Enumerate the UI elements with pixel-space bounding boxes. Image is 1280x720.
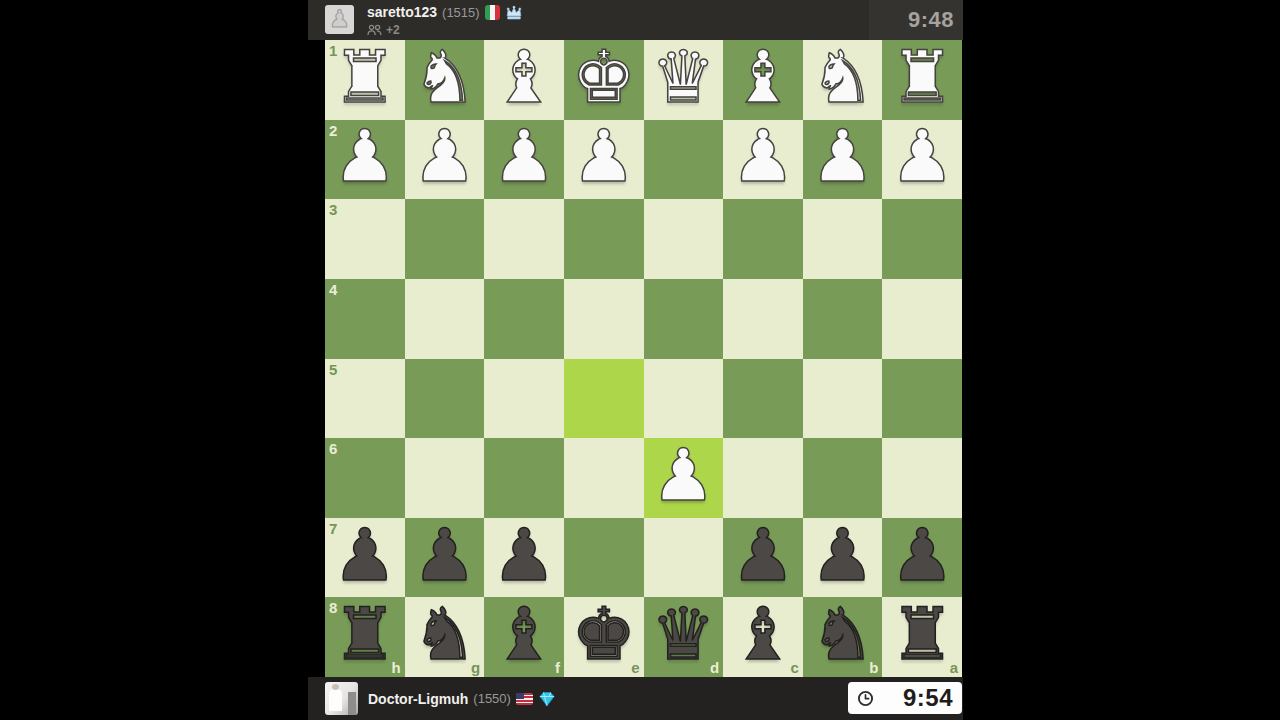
square-a4[interactable] <box>882 279 962 359</box>
black-rook[interactable]: ♜ <box>890 598 955 670</box>
square-b5[interactable] <box>803 359 883 439</box>
bottom-player-name[interactable]: Doctor-Ligmuh <box>368 691 468 707</box>
default-pawn-avatar-icon: ♟ <box>329 7 351 31</box>
square-a6[interactable] <box>882 438 962 518</box>
square-b4[interactable] <box>803 279 883 359</box>
black-rook[interactable]: ♜ <box>333 598 398 670</box>
white-bishop[interactable]: ♝ <box>731 41 796 113</box>
square-f4[interactable] <box>484 279 564 359</box>
top-player-name[interactable]: saretto123 <box>367 4 437 20</box>
square-c2[interactable]: ♟ <box>723 120 803 200</box>
white-rook[interactable]: ♜ <box>890 41 955 113</box>
square-e3[interactable] <box>564 199 644 279</box>
white-pawn[interactable]: ♟ <box>651 439 716 511</box>
black-bishop[interactable]: ♝ <box>731 598 796 670</box>
square-h3[interactable]: 3 <box>325 199 405 279</box>
clock-icon <box>857 690 874 707</box>
white-knight[interactable]: ♞ <box>412 41 477 113</box>
black-pawn[interactable]: ♟ <box>333 519 398 591</box>
top-player-rating: (1515) <box>442 5 480 20</box>
white-knight[interactable]: ♞ <box>810 41 875 113</box>
square-f3[interactable] <box>484 199 564 279</box>
bottom-player-clock: 9:54 <box>848 682 962 714</box>
square-g3[interactable] <box>405 199 485 279</box>
square-e5[interactable] <box>564 359 644 439</box>
game-app: ♟ saretto123 (1515) <box>308 0 963 720</box>
black-pawn[interactable]: ♟ <box>890 519 955 591</box>
square-a7[interactable]: ♟ <box>882 518 962 598</box>
square-f8[interactable]: f♝ <box>484 597 564 677</box>
white-pawn[interactable]: ♟ <box>571 120 636 192</box>
rank-label-3: 3 <box>329 202 337 217</box>
square-c4[interactable] <box>723 279 803 359</box>
letterbox-stage: ♟ saretto123 (1515) <box>0 0 1280 720</box>
white-pawn[interactable]: ♟ <box>412 120 477 192</box>
black-pawn[interactable]: ♟ <box>492 519 557 591</box>
square-g7[interactable]: ♟ <box>405 518 485 598</box>
crown-icon <box>505 5 523 20</box>
square-d7[interactable] <box>644 518 724 598</box>
bottom-player-info: Doctor-Ligmuh (1550) <box>368 677 556 720</box>
top-clock-time: 9:48 <box>908 7 954 33</box>
square-b3[interactable] <box>803 199 883 279</box>
square-f6[interactable] <box>484 438 564 518</box>
bottom-player-bar: Doctor-Ligmuh (1550) 9:54 <box>308 677 963 720</box>
square-g5[interactable] <box>405 359 485 439</box>
square-d6[interactable]: ♟ <box>644 438 724 518</box>
square-d4[interactable] <box>644 279 724 359</box>
square-b6[interactable] <box>803 438 883 518</box>
white-rook[interactable]: ♜ <box>333 41 398 113</box>
square-c3[interactable] <box>723 199 803 279</box>
square-c7[interactable]: ♟ <box>723 518 803 598</box>
square-f2[interactable]: ♟ <box>484 120 564 200</box>
white-pawn[interactable]: ♟ <box>492 120 557 192</box>
white-king[interactable]: ♚ <box>571 41 636 113</box>
bottom-player-rating: (1550) <box>473 691 511 706</box>
rank-label-4: 4 <box>329 282 337 297</box>
square-c1[interactable]: ♝ <box>723 40 803 120</box>
square-b2[interactable]: ♟ <box>803 120 883 200</box>
square-e8[interactable]: e♚ <box>564 597 644 677</box>
black-queen[interactable]: ♛ <box>651 598 716 670</box>
rank-label-5: 5 <box>329 362 337 377</box>
square-h1[interactable]: 1♜ <box>325 40 405 120</box>
square-a1[interactable]: ♜ <box>882 40 962 120</box>
square-a5[interactable] <box>882 359 962 439</box>
black-pawn[interactable]: ♟ <box>810 519 875 591</box>
black-bishop[interactable]: ♝ <box>492 598 557 670</box>
square-c6[interactable] <box>723 438 803 518</box>
square-b1[interactable]: ♞ <box>803 40 883 120</box>
italy-flag-icon <box>485 5 500 20</box>
square-g4[interactable] <box>405 279 485 359</box>
square-d3[interactable] <box>644 199 724 279</box>
white-pawn[interactable]: ♟ <box>810 120 875 192</box>
square-b7[interactable]: ♟ <box>803 518 883 598</box>
bottom-clock-time: 9:54 <box>903 684 953 712</box>
square-a2[interactable]: ♟ <box>882 120 962 200</box>
bottom-player-avatar[interactable] <box>325 682 358 715</box>
square-c5[interactable] <box>723 359 803 439</box>
square-d2[interactable] <box>644 120 724 200</box>
diamond-icon <box>538 691 556 707</box>
white-queen[interactable]: ♛ <box>651 41 716 113</box>
square-g1[interactable]: ♞ <box>405 40 485 120</box>
white-pawn[interactable]: ♟ <box>333 120 398 192</box>
white-pawn[interactable]: ♟ <box>731 120 796 192</box>
rank-label-6: 6 <box>329 441 337 456</box>
square-e7[interactable] <box>564 518 644 598</box>
top-player-avatar[interactable]: ♟ <box>325 5 354 34</box>
square-b8[interactable]: b♞ <box>803 597 883 677</box>
square-g6[interactable] <box>405 438 485 518</box>
square-f5[interactable] <box>484 359 564 439</box>
square-h4[interactable]: 4 <box>325 279 405 359</box>
top-player-info: saretto123 (1515) <box>367 4 523 37</box>
square-h5[interactable]: 5 <box>325 359 405 439</box>
square-e1[interactable]: ♚ <box>564 40 644 120</box>
square-e6[interactable] <box>564 438 644 518</box>
white-bishop[interactable]: ♝ <box>492 41 557 113</box>
white-pawn[interactable]: ♟ <box>890 120 955 192</box>
square-f7[interactable]: ♟ <box>484 518 564 598</box>
square-h2[interactable]: 2♟ <box>325 120 405 200</box>
square-a8[interactable]: a♜ <box>882 597 962 677</box>
black-pawn[interactable]: ♟ <box>412 519 477 591</box>
square-e2[interactable]: ♟ <box>564 120 644 200</box>
square-d1[interactable]: ♛ <box>644 40 724 120</box>
chess-board[interactable]: 1♜♞♝♚♛♝♞♜2♟♟♟♟♟♟♟3456♟7♟♟♟♟♟♟8h♜g♞f♝e♚d♛… <box>325 40 962 677</box>
square-h8[interactable]: 8h♜ <box>325 597 405 677</box>
square-e4[interactable] <box>564 279 644 359</box>
square-g8[interactable]: g♞ <box>405 597 485 677</box>
square-d8[interactable]: d♛ <box>644 597 724 677</box>
square-h7[interactable]: 7♟ <box>325 518 405 598</box>
square-c8[interactable]: c♝ <box>723 597 803 677</box>
square-a3[interactable] <box>882 199 962 279</box>
black-knight[interactable]: ♞ <box>412 598 477 670</box>
black-knight[interactable]: ♞ <box>810 598 875 670</box>
black-pawn[interactable]: ♟ <box>731 519 796 591</box>
square-h6[interactable]: 6 <box>325 438 405 518</box>
black-king[interactable]: ♚ <box>571 598 636 670</box>
square-d5[interactable] <box>644 359 724 439</box>
usa-flag-icon <box>516 693 533 705</box>
square-f1[interactable]: ♝ <box>484 40 564 120</box>
square-g2[interactable]: ♟ <box>405 120 485 200</box>
